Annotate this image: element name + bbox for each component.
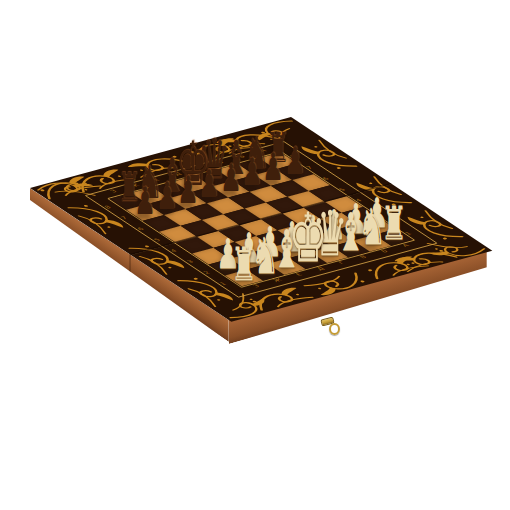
chess-set-photo: ЗЗЖЖЕЕДДГГВВББАА8877665544332211 ♜♞♝♛♚♝♞… <box>0 0 510 510</box>
piece-black-pawn[interactable]: ♟ <box>198 165 220 203</box>
piece-white-rook[interactable]: ♜ <box>231 240 257 286</box>
box-fold-seam-side <box>129 254 130 277</box>
piece-black-pawn[interactable]: ♟ <box>177 170 199 208</box>
piece-black-pawn[interactable]: ♟ <box>134 182 156 220</box>
latch-ring <box>329 323 340 335</box>
piece-black-pawn[interactable]: ♟ <box>156 176 178 214</box>
piece-black-pawn[interactable]: ♟ <box>220 159 242 197</box>
piece-black-pawn[interactable]: ♟ <box>241 153 263 191</box>
piece-black-pawn[interactable]: ♟ <box>284 141 306 179</box>
brass-latch[interactable] <box>321 316 343 338</box>
piece-black-pawn[interactable]: ♟ <box>262 147 284 185</box>
